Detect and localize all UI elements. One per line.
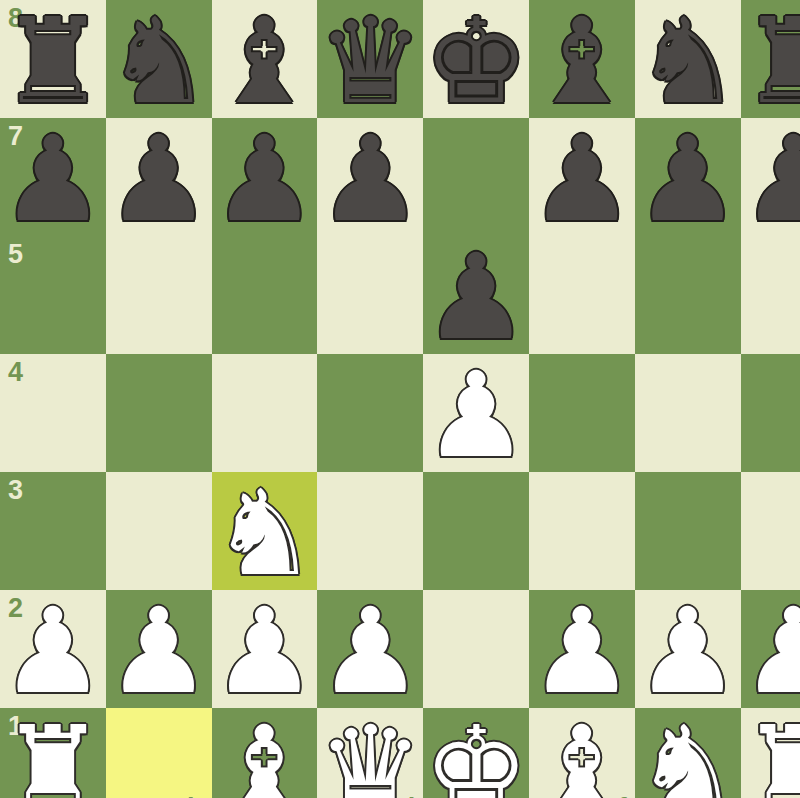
square-c3[interactable]: ♞ bbox=[212, 472, 318, 590]
white-pawn[interactable]: ♟ bbox=[212, 592, 318, 710]
white-pawn[interactable]: ♟ bbox=[741, 592, 800, 710]
black-pawn[interactable]: ♟ bbox=[529, 120, 635, 238]
white-rook[interactable]: ♜ bbox=[741, 710, 800, 798]
black-pawn[interactable]: ♟ bbox=[423, 238, 529, 356]
white-bishop[interactable]: ♝ bbox=[212, 710, 318, 798]
square-h3[interactable] bbox=[741, 472, 800, 590]
square-d1[interactable]: d♛ bbox=[317, 708, 423, 798]
white-bishop[interactable]: ♝ bbox=[529, 710, 635, 798]
square-c4[interactable] bbox=[212, 354, 318, 472]
square-d3[interactable] bbox=[317, 472, 423, 590]
square-b2[interactable]: ♟ bbox=[106, 590, 212, 708]
square-e5[interactable]: ♟ bbox=[423, 236, 529, 354]
square-b4[interactable] bbox=[106, 354, 212, 472]
black-knight[interactable]: ♞ bbox=[106, 2, 212, 120]
square-a8[interactable]: 8♜ bbox=[0, 0, 106, 118]
square-a3[interactable]: 3 bbox=[0, 472, 106, 590]
square-f3[interactable] bbox=[529, 472, 635, 590]
square-h8[interactable]: ♜ bbox=[741, 0, 800, 118]
white-pawn[interactable]: ♟ bbox=[423, 356, 529, 474]
black-pawn[interactable]: ♟ bbox=[317, 120, 423, 238]
square-b3[interactable] bbox=[106, 472, 212, 590]
square-a4[interactable]: 4 bbox=[0, 354, 106, 472]
white-pawn[interactable]: ♟ bbox=[635, 592, 741, 710]
white-knight[interactable]: ♞ bbox=[635, 710, 741, 798]
rank-label-4: 4 bbox=[8, 359, 23, 386]
square-e7[interactable] bbox=[423, 118, 529, 236]
square-d2[interactable]: ♟ bbox=[317, 590, 423, 708]
square-f8[interactable]: ♝ bbox=[529, 0, 635, 118]
square-h2[interactable]: ♟ bbox=[741, 590, 800, 708]
black-pawn[interactable]: ♟ bbox=[635, 120, 741, 238]
black-bishop[interactable]: ♝ bbox=[529, 2, 635, 120]
black-queen[interactable]: ♛ bbox=[317, 2, 423, 120]
chess-board: 8♜♞♝♛♚♝♞♜7♟♟♟♟♟♟♟65♟4♟3♞2♟♟♟♟♟♟♟1a♜bc♝d♛… bbox=[0, 0, 800, 798]
square-a2[interactable]: 2♟ bbox=[0, 590, 106, 708]
square-g4[interactable] bbox=[635, 354, 741, 472]
black-pawn[interactable]: ♟ bbox=[106, 120, 212, 238]
black-rook[interactable]: ♜ bbox=[0, 2, 106, 120]
square-e4[interactable]: ♟ bbox=[423, 354, 529, 472]
black-knight[interactable]: ♞ bbox=[635, 2, 741, 120]
white-pawn[interactable]: ♟ bbox=[0, 592, 106, 710]
square-c1[interactable]: c♝ bbox=[212, 708, 318, 798]
black-pawn[interactable]: ♟ bbox=[0, 120, 106, 238]
square-b1[interactable]: b bbox=[106, 708, 212, 798]
black-rook[interactable]: ♜ bbox=[741, 2, 800, 120]
square-c2[interactable]: ♟ bbox=[212, 590, 318, 708]
square-d5[interactable] bbox=[317, 236, 423, 354]
square-g8[interactable]: ♞ bbox=[635, 0, 741, 118]
square-b5[interactable] bbox=[106, 236, 212, 354]
square-h7[interactable]: ♟ bbox=[741, 118, 800, 236]
square-e8[interactable]: ♚ bbox=[423, 0, 529, 118]
square-f7[interactable]: ♟ bbox=[529, 118, 635, 236]
square-b8[interactable]: ♞ bbox=[106, 0, 212, 118]
square-d4[interactable] bbox=[317, 354, 423, 472]
square-e3[interactable] bbox=[423, 472, 529, 590]
rank-label-5: 5 bbox=[8, 241, 23, 268]
square-h4[interactable] bbox=[741, 354, 800, 472]
white-pawn[interactable]: ♟ bbox=[317, 592, 423, 710]
square-g7[interactable]: ♟ bbox=[635, 118, 741, 236]
square-a1[interactable]: 1a♜ bbox=[0, 708, 106, 798]
square-g1[interactable]: g♞ bbox=[635, 708, 741, 798]
white-pawn[interactable]: ♟ bbox=[529, 592, 635, 710]
white-pawn[interactable]: ♟ bbox=[106, 592, 212, 710]
square-c7[interactable]: ♟ bbox=[212, 118, 318, 236]
square-f5[interactable] bbox=[529, 236, 635, 354]
square-f2[interactable]: ♟ bbox=[529, 590, 635, 708]
square-f4[interactable] bbox=[529, 354, 635, 472]
square-a5[interactable]: 5 bbox=[0, 236, 106, 354]
square-d7[interactable]: ♟ bbox=[317, 118, 423, 236]
black-bishop[interactable]: ♝ bbox=[212, 2, 318, 120]
square-e1[interactable]: e♚ bbox=[423, 708, 529, 798]
white-rook[interactable]: ♜ bbox=[0, 710, 106, 798]
square-e2[interactable] bbox=[423, 590, 529, 708]
black-pawn[interactable]: ♟ bbox=[741, 120, 800, 238]
square-h1[interactable]: h♜ bbox=[741, 708, 800, 798]
square-f1[interactable]: f♝ bbox=[529, 708, 635, 798]
square-d8[interactable]: ♛ bbox=[317, 0, 423, 118]
square-g5[interactable] bbox=[635, 236, 741, 354]
black-pawn[interactable]: ♟ bbox=[212, 120, 318, 238]
square-h5[interactable] bbox=[741, 236, 800, 354]
square-g2[interactable]: ♟ bbox=[635, 590, 741, 708]
square-c8[interactable]: ♝ bbox=[212, 0, 318, 118]
white-queen[interactable]: ♛ bbox=[317, 710, 423, 798]
white-king[interactable]: ♚ bbox=[423, 710, 529, 798]
square-b7[interactable]: ♟ bbox=[106, 118, 212, 236]
white-knight[interactable]: ♞ bbox=[212, 474, 318, 592]
rank-label-3: 3 bbox=[8, 477, 23, 504]
square-a7[interactable]: 7♟ bbox=[0, 118, 106, 236]
square-g3[interactable] bbox=[635, 472, 741, 590]
black-king[interactable]: ♚ bbox=[423, 2, 529, 120]
square-c5[interactable] bbox=[212, 236, 318, 354]
